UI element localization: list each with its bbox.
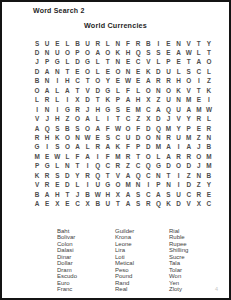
grid-cell-r6c5: T: [72, 86, 82, 95]
grid-cell-r3c13: L: [153, 58, 163, 67]
grid-cell-r1c5: B: [72, 39, 82, 48]
grid-cell-r12c9: K: [113, 143, 123, 152]
grid-cell-r1c6: U: [83, 39, 93, 48]
grid-cell-r8c7: H: [93, 105, 103, 114]
grid-cell-r5c16: O: [184, 77, 194, 86]
grid-cell-r2c5: P: [72, 48, 82, 57]
grid-cell-r13c9: M: [113, 152, 123, 161]
grid-cell-r5c1: B: [32, 77, 42, 86]
grid-cell-r1c2: U: [42, 39, 52, 48]
grid-cell-r1c11: R: [133, 39, 143, 48]
grid-cell-r9c3: H: [52, 115, 62, 124]
grid-cell-r8c5: R: [72, 105, 82, 114]
grid-cell-r9c14: J: [163, 115, 173, 124]
grid-cell-r7c17: E: [194, 96, 204, 105]
grid-cell-r12c11: P: [133, 143, 143, 152]
grid-cell-r11c15: U: [174, 133, 184, 142]
grid-cell-r8c17: M: [194, 105, 204, 114]
grid-cell-r6c3: L: [52, 86, 62, 95]
grid-cell-r4c1: D: [32, 67, 42, 76]
grid-cell-r13c5: F: [72, 152, 82, 161]
grid-cell-r11c7: E: [93, 133, 103, 142]
grid-cell-r3c12: V: [143, 58, 153, 67]
grid-cell-r11c16: M: [184, 133, 194, 142]
grid-cell-r16c5: L: [72, 181, 82, 190]
grid-cell-r6c7: D: [93, 86, 103, 95]
grid-cell-r18c3: X: [52, 200, 62, 209]
grid-cell-r15c1: K: [32, 171, 42, 180]
word-list: BahtBolivarColonDalasiDinarDollarDramEsc…: [2, 228, 229, 294]
grid-cell-r4c13: D: [153, 67, 163, 76]
grid-cell-r15c3: S: [52, 171, 62, 180]
grid-cell-r12c16: A: [184, 143, 194, 152]
grid-cell-r12c4: O: [62, 143, 72, 152]
grid-cell-r8c6: J: [83, 105, 93, 114]
grid-cell-r17c7: W: [93, 190, 103, 199]
grid-cell-r2c15: A: [174, 48, 184, 57]
grid-cell-r14c3: L: [52, 162, 62, 171]
grid-cell-r13c10: R: [123, 152, 133, 161]
word-item: Franc: [57, 286, 77, 292]
grid-cell-r8c16: A: [184, 105, 194, 114]
grid-cell-r2c3: U: [52, 48, 62, 57]
grid-cell-r18c14: K: [163, 200, 173, 209]
grid-cell-r13c6: A: [83, 152, 93, 161]
grid-cell-r9c11: Z: [133, 115, 143, 124]
grid-cell-r10c16: P: [184, 124, 194, 133]
grid-cell-r3c3: G: [52, 58, 62, 67]
grid-cell-r7c6: D: [83, 96, 93, 105]
grid-cell-r7c7: T: [93, 96, 103, 105]
grid-cell-r9c15: V: [174, 115, 184, 124]
grid-cell-r6c10: F: [123, 86, 133, 95]
grid-cell-r7c4: I: [62, 96, 72, 105]
grid-cell-r12c3: S: [52, 143, 62, 152]
grid-cell-r8c4: G: [62, 105, 72, 114]
grid-cell-r3c4: L: [62, 58, 72, 67]
grid-cell-r18c9: T: [113, 200, 123, 209]
grid-cell-r11c17: Z: [194, 133, 204, 142]
grid-cell-r1c4: L: [62, 39, 72, 48]
grid-cell-r1c16: V: [184, 39, 194, 48]
grid-cell-r11c1: R: [32, 133, 42, 142]
grid-cell-r16c4: D: [62, 181, 72, 190]
grid-cell-r11c11: D: [133, 133, 143, 142]
grid-cell-r3c6: G: [83, 58, 93, 67]
grid-cell-r17c6: B: [83, 190, 93, 199]
grid-cell-r9c12: X: [143, 115, 153, 124]
grid-cell-r5c4: H: [62, 77, 72, 86]
grid-cell-r16c14: N: [163, 181, 173, 190]
grid-cell-r13c8: F: [103, 152, 113, 161]
grid-cell-r16c6: I: [83, 181, 93, 190]
grid-cell-r15c11: Q: [133, 171, 143, 180]
grid-cell-r16c17: Z: [194, 181, 204, 190]
grid-cell-r17c3: H: [52, 190, 62, 199]
grid-cell-r5c15: H: [174, 77, 184, 86]
grid-cell-r18c5: C: [72, 200, 82, 209]
grid-cell-r6c15: K: [174, 86, 184, 95]
grid-cell-r9c13: D: [153, 115, 163, 124]
grid-cell-r13c13: L: [153, 152, 163, 161]
grid-cell-r7c16: M: [184, 96, 194, 105]
grid-cell-r4c14: U: [163, 67, 173, 76]
grid-cell-r11c4: O: [62, 133, 72, 142]
grid-cell-r16c2: R: [42, 181, 52, 190]
grid-cell-r16c11: N: [133, 181, 143, 190]
grid-cell-r11c5: N: [72, 133, 82, 142]
grid-cell-r15c9: V: [113, 171, 123, 180]
grid-cell-r8c12: C: [143, 105, 153, 114]
grid-cell-r18c12: R: [143, 200, 153, 209]
grid-cell-r8c10: E: [123, 105, 133, 114]
grid-cell-r14c13: G: [153, 162, 163, 171]
grid-cell-r11c6: W: [83, 133, 93, 142]
grid-cell-r8c15: U: [174, 105, 184, 114]
grid-cell-r11c18: N: [204, 133, 214, 142]
grid-cell-r9c16: Y: [184, 115, 194, 124]
grid-cell-r1c9: N: [113, 39, 123, 48]
grid-cell-r6c8: G: [103, 86, 113, 95]
grid-cell-r15c6: R: [83, 171, 93, 180]
grid-cell-r10c17: E: [194, 124, 204, 133]
grid-cell-r11c8: S: [103, 133, 113, 142]
grid-cell-r17c5: J: [72, 190, 82, 199]
grid-cell-r3c10: E: [123, 58, 133, 67]
grid-cell-r18c10: A: [123, 200, 133, 209]
grid-cell-r12c8: A: [103, 143, 113, 152]
grid-cell-r3c8: T: [103, 58, 113, 67]
grid-cell-r7c18: I: [204, 96, 214, 105]
grid-cell-r6c2: A: [42, 86, 52, 95]
grid-cell-r3c7: L: [93, 58, 103, 67]
grid-cell-r12c13: M: [153, 143, 163, 152]
grid-cell-r6c6: V: [83, 86, 93, 95]
grid-cell-r10c9: W: [113, 124, 123, 133]
grid-cell-r16c13: P: [153, 181, 163, 190]
grid-cell-r17c14: S: [163, 190, 173, 199]
page-number: 4: [215, 286, 218, 292]
grid-cell-r17c11: S: [133, 190, 143, 199]
grid-cell-r5c6: T: [83, 77, 93, 86]
grid-cell-r3c18: O: [204, 58, 214, 67]
grid-cell-r1c14: E: [163, 39, 173, 48]
grid-cell-r15c15: I: [174, 171, 184, 180]
grid-cell-r4c16: S: [184, 67, 194, 76]
grid-cell-r3c1: J: [32, 58, 42, 67]
grid-cell-r7c14: U: [163, 96, 173, 105]
grid-cell-r9c7: L: [93, 115, 103, 124]
grid-cell-r10c13: Q: [153, 124, 163, 133]
word-column-3: RialRubleRupeeShillingSucreTalaTolarWonY…: [169, 228, 188, 292]
grid-cell-r10c8: F: [103, 124, 113, 133]
grid-cell-r9c2: J: [42, 115, 52, 124]
grid-cell-r16c12: I: [143, 181, 153, 190]
grid-cell-r5c3: I: [52, 77, 62, 86]
grid-cell-r4c12: K: [143, 67, 153, 76]
grid-cell-r5c7: O: [93, 77, 103, 86]
grid-cell-r9c4: Z: [62, 115, 72, 124]
word-item: Zloty: [169, 286, 188, 292]
puzzle-title: World Currencies: [2, 21, 229, 30]
grid-cell-r7c13: Z: [153, 96, 163, 105]
grid-cell-r6c13: N: [153, 86, 163, 95]
grid-cell-r10c18: R: [204, 124, 214, 133]
grid-cell-r3c2: P: [42, 58, 52, 67]
grid-cell-r14c1: P: [32, 162, 42, 171]
grid-cell-r8c18: W: [204, 105, 214, 114]
grid-cell-r14c16: D: [184, 162, 194, 171]
grid-cell-r16c15: I: [174, 181, 184, 190]
grid-cell-r10c5: S: [72, 124, 82, 133]
word-item: Pound: [115, 273, 134, 279]
grid-cell-r5c13: R: [153, 77, 163, 86]
grid-cell-r14c11: C: [133, 162, 143, 171]
grid-cell-r2c8: O: [103, 48, 113, 57]
worksheet-page: Word Search 2 World Currencies SUELBURLN…: [0, 0, 231, 300]
grid-cell-r3c5: D: [72, 58, 82, 67]
grid-cell-r10c3: S: [52, 124, 62, 133]
grid-cell-r7c9: P: [113, 96, 123, 105]
grid-cell-r13c1: M: [32, 152, 42, 161]
grid-cell-r10c7: A: [93, 124, 103, 133]
grid-cell-r12c10: F: [123, 143, 133, 152]
grid-cell-r4c7: L: [93, 67, 103, 76]
grid-cell-r8c11: M: [133, 105, 143, 114]
grid-cell-r7c15: N: [174, 96, 184, 105]
grid-cell-r7c5: X: [72, 96, 82, 105]
grid-cell-r17c4: T: [62, 190, 72, 199]
grid-cell-r9c18: L: [204, 115, 214, 124]
grid-cell-r3c14: P: [163, 58, 173, 67]
grid-cell-r2c7: A: [93, 48, 103, 57]
grid-cell-r7c8: K: [103, 96, 113, 105]
grid-cell-r12c12: D: [143, 143, 153, 152]
grid-cell-r12c6: L: [83, 143, 93, 152]
grid-cell-r14c9: R: [113, 162, 123, 171]
grid-cell-r9c10: C: [123, 115, 133, 124]
grid-cell-r14c17: J: [194, 162, 204, 171]
grid-cell-r3c17: A: [194, 58, 204, 67]
grid-cell-r16c1: V: [32, 181, 42, 190]
grid-cell-r17c15: U: [174, 190, 184, 199]
grid-cell-r12c18: B: [204, 143, 214, 152]
grid-cell-r6c14: O: [163, 86, 173, 95]
grid-cell-r11c9: C: [113, 133, 123, 142]
grid-cell-r12c1: G: [32, 143, 42, 152]
grid-cell-r1c18: Y: [204, 39, 214, 48]
grid-cell-r10c10: O: [123, 124, 133, 133]
grid-cell-r2c13: S: [153, 48, 163, 57]
grid-cell-r15c8: T: [103, 171, 113, 180]
word-item: Real: [115, 286, 134, 292]
grid-cell-r4c10: N: [123, 67, 133, 76]
grid-cell-r2c18: T: [204, 48, 214, 57]
grid-cell-r13c15: R: [174, 152, 184, 161]
grid-cell-r12c15: I: [174, 143, 184, 152]
grid-cell-r13c3: W: [52, 152, 62, 161]
grid-cell-r17c1: B: [32, 190, 42, 199]
grid-cell-r4c4: T: [62, 67, 72, 76]
grid-cell-r13c11: T: [133, 152, 143, 161]
grid-cell-r18c6: X: [83, 200, 93, 209]
grid-cell-r5c9: E: [113, 77, 123, 86]
grid-cell-r8c1: I: [32, 105, 42, 114]
grid-cell-r15c12: C: [143, 171, 153, 180]
grid-cell-r12c14: A: [163, 143, 173, 152]
grid-cell-r10c6: O: [83, 124, 93, 133]
grid-cell-r4c5: E: [72, 67, 82, 76]
grid-cell-r5c10: W: [123, 77, 133, 86]
grid-cell-r15c13: N: [153, 171, 163, 180]
grid-cell-r7c2: R: [42, 96, 52, 105]
grid-cell-r5c2: N: [42, 77, 52, 86]
grid-cell-r12c5: A: [72, 143, 82, 152]
grid-cell-r18c18: C: [204, 200, 214, 209]
worksheet-title: Word Search 2: [33, 7, 85, 14]
grid-cell-r5c17: I: [194, 77, 204, 86]
grid-cell-r7c12: X: [143, 96, 153, 105]
grid-cell-r1c10: F: [123, 39, 133, 48]
grid-cell-r11c13: N: [153, 133, 163, 142]
letter-grid: SUELBURLNFRBIENVTYDNUOPOAOKHQSSEAWLTJPGL…: [32, 39, 214, 209]
grid-cell-r8c14: Q: [163, 105, 173, 114]
grid-cell-r18c1: A: [32, 200, 42, 209]
grid-cell-r17c8: H: [103, 190, 113, 199]
grid-cell-r1c12: B: [143, 39, 153, 48]
grid-cell-r13c4: L: [62, 152, 72, 161]
grid-cell-r14c14: D: [163, 162, 173, 171]
grid-cell-r3c9: N: [113, 58, 123, 67]
grid-cell-r9c5: O: [72, 115, 82, 124]
grid-cell-r14c10: Z: [123, 162, 133, 171]
grid-cell-r1c8: L: [103, 39, 113, 48]
grid-cell-r8c9: S: [113, 105, 123, 114]
grid-cell-r2c11: Q: [133, 48, 143, 57]
grid-cell-r11c10: U: [123, 133, 133, 142]
grid-cell-r14c5: T: [72, 162, 82, 171]
grid-cell-r2c17: L: [194, 48, 204, 57]
grid-cell-r1c13: I: [153, 39, 163, 48]
grid-cell-r8c8: G: [103, 105, 113, 114]
grid-cell-r7c1: L: [32, 96, 42, 105]
grid-cell-r12c7: R: [93, 143, 103, 152]
grid-cell-r2c14: E: [163, 48, 173, 57]
grid-cell-r15c17: N: [194, 171, 204, 180]
word-item: Shilling: [169, 247, 188, 253]
word-item: Metical: [115, 260, 134, 266]
grid-cell-r18c17: X: [194, 200, 204, 209]
grid-cell-r14c18: M: [204, 162, 214, 171]
grid-cell-r16c16: D: [184, 181, 194, 190]
grid-cell-r18c8: U: [103, 200, 113, 209]
grid-cell-r5c8: Y: [103, 77, 113, 86]
grid-cell-r8c2: N: [42, 105, 52, 114]
grid-cell-r2c12: S: [143, 48, 153, 57]
grid-cell-r17c13: A: [153, 190, 163, 199]
grid-cell-r15c5: Y: [72, 171, 82, 180]
grid-cell-r13c14: A: [163, 152, 173, 161]
grid-cell-r15c2: R: [42, 171, 52, 180]
grid-cell-r5c14: R: [163, 77, 173, 86]
grid-cell-r11c3: K: [52, 133, 62, 142]
grid-cell-r9c1: V: [32, 115, 42, 124]
grid-cell-r4c2: A: [42, 67, 52, 76]
grid-cell-r10c12: D: [143, 124, 153, 133]
grid-cell-r4c3: N: [52, 67, 62, 76]
grid-cell-r6c12: O: [143, 86, 153, 95]
grid-cell-r14c8: C: [103, 162, 113, 171]
grid-cell-r18c15: D: [174, 200, 184, 209]
grid-cell-r1c15: N: [174, 39, 184, 48]
grid-cell-r10c4: B: [62, 124, 72, 133]
grid-cell-r15c14: T: [163, 171, 173, 180]
grid-cell-r18c4: E: [62, 200, 72, 209]
grid-cell-r3c11: C: [133, 58, 143, 67]
grid-cell-r13c2: E: [42, 152, 52, 161]
grid-cell-r18c7: B: [93, 200, 103, 209]
grid-cell-r18c11: S: [133, 200, 143, 209]
grid-cell-r16c18: Y: [204, 181, 214, 190]
grid-cell-r2c1: D: [32, 48, 42, 57]
grid-cell-r15c4: D: [62, 171, 72, 180]
grid-cell-r6c16: V: [184, 86, 194, 95]
grid-cell-r3c16: T: [184, 58, 194, 67]
grid-cell-r17c12: C: [143, 190, 153, 199]
grid-cell-r4c8: E: [103, 67, 113, 76]
grid-cell-r9c17: R: [194, 115, 204, 124]
grid-cell-r2c6: O: [83, 48, 93, 57]
grid-cell-r14c15: O: [174, 162, 184, 171]
grid-cell-r16c10: M: [123, 181, 133, 190]
grid-cell-r10c2: Q: [42, 124, 52, 133]
word-column-1: BahtBolivarColonDalasiDinarDollarDramEsc…: [57, 228, 77, 292]
grid-cell-r15c10: A: [123, 171, 133, 180]
grid-cell-r4c11: E: [133, 67, 143, 76]
grid-cell-r10c1: A: [32, 124, 42, 133]
grid-cell-r15c18: B: [204, 171, 214, 180]
grid-cell-r5c5: C: [72, 77, 82, 86]
grid-cell-r1c1: S: [32, 39, 42, 48]
grid-cell-r5c11: E: [133, 77, 143, 86]
grid-cell-r16c3: E: [52, 181, 62, 190]
grid-cell-r3c15: E: [174, 58, 184, 67]
grid-cell-r2c10: H: [123, 48, 133, 57]
grid-cell-r7c11: H: [133, 96, 143, 105]
grid-cell-r18c16: V: [184, 200, 194, 209]
grid-cell-r17c18: E: [204, 190, 214, 199]
grid-cell-r8c13: A: [153, 105, 163, 114]
grid-cell-r4c9: O: [113, 67, 123, 76]
grid-cell-r9c6: A: [83, 115, 93, 124]
grid-cell-r2c4: O: [62, 48, 72, 57]
grid-cell-r2c9: K: [113, 48, 123, 57]
grid-cell-r4c17: C: [194, 67, 204, 76]
grid-cell-r10c14: M: [163, 124, 173, 133]
grid-cell-r6c9: L: [113, 86, 123, 95]
grid-cell-r4c15: L: [174, 67, 184, 76]
grid-cell-r5c18: Z: [204, 77, 214, 86]
grid-cell-r15c16: Z: [184, 171, 194, 180]
word-column-2: GuilderKronaLeoneLiraLotiMeticalPesoPoun…: [115, 228, 134, 292]
grid-cell-r13c17: O: [194, 152, 204, 161]
grid-cell-r16c7: U: [93, 181, 103, 190]
grid-cell-r14c4: N: [62, 162, 72, 171]
grid-cell-r14c7: Q: [93, 162, 103, 171]
grid-cell-r17c2: A: [42, 190, 52, 199]
grid-cell-r13c7: I: [93, 152, 103, 161]
grid-cell-r1c17: T: [194, 39, 204, 48]
